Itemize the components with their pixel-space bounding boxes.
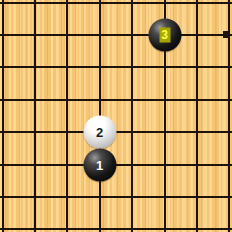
go-board[interactable]: 123	[0, 0, 232, 232]
screenshot-root: { "app": { "description": "Go board diag…	[0, 0, 232, 232]
star-point-marker	[223, 31, 230, 38]
grid-line-horizontal	[0, 228, 232, 230]
move-number-label: 2	[96, 126, 103, 139]
grid-line-horizontal	[0, 196, 232, 198]
last-move-number-badge: 3	[159, 27, 170, 42]
stone-black-move-3: 3	[148, 18, 181, 51]
move-number-label: 1	[96, 158, 103, 171]
stone-black-move-1: 1	[83, 148, 116, 181]
stone-white-move-2: 2	[83, 116, 116, 149]
